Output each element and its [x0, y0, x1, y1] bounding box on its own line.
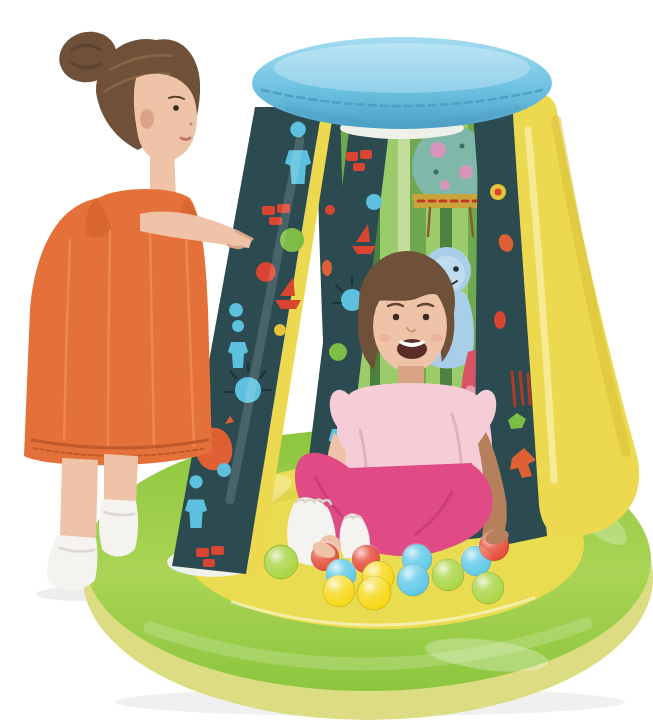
product-photo	[0, 0, 653, 720]
ball-pit-scene	[0, 0, 653, 720]
